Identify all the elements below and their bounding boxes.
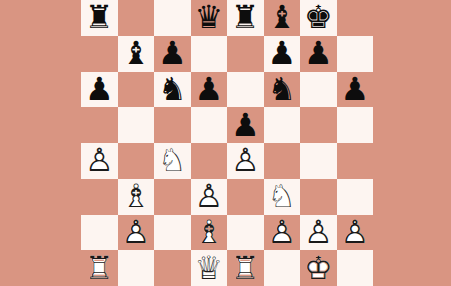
square-c3[interactable] — [154, 179, 191, 215]
black-knight-icon[interactable]: ♞ — [264, 72, 300, 107]
pawn-outline-layer: ♙ — [337, 215, 373, 250]
queen-outline-layer: ♕ — [191, 251, 227, 286]
black-pawn-icon[interactable]: ♟ — [191, 72, 227, 107]
white-rook-icon[interactable]: ♜♖ — [227, 251, 263, 286]
white-rook-icon[interactable]: ♜♖ — [81, 251, 117, 286]
pawn-outline-layer: ♙ — [118, 215, 154, 250]
black-rook-icon[interactable]: ♜ — [81, 0, 117, 35]
square-a3[interactable] — [81, 179, 118, 215]
square-d6[interactable]: ♟ — [191, 72, 228, 108]
square-a8[interactable]: ♜ — [81, 0, 118, 36]
square-g5[interactable] — [300, 107, 337, 143]
square-h4[interactable] — [337, 143, 374, 179]
white-pawn-icon[interactable]: ♟♙ — [81, 143, 117, 178]
square-e7[interactable] — [227, 36, 264, 72]
square-g8[interactable]: ♚ — [300, 0, 337, 36]
square-b7[interactable]: ♝ — [118, 36, 155, 72]
pawn-outline-layer: ♙ — [191, 179, 227, 214]
white-pawn-icon[interactable]: ♟♙ — [191, 179, 227, 214]
square-d8[interactable]: ♛ — [191, 0, 228, 36]
square-f8[interactable]: ♝ — [264, 0, 301, 36]
white-pawn-icon[interactable]: ♟♙ — [227, 143, 263, 178]
square-g6[interactable] — [300, 72, 337, 108]
square-g3[interactable] — [300, 179, 337, 215]
black-pawn-icon[interactable]: ♟ — [300, 36, 336, 71]
square-e5[interactable]: ♟ — [227, 107, 264, 143]
square-f4[interactable] — [264, 143, 301, 179]
square-f7[interactable]: ♟ — [264, 36, 301, 72]
square-a1[interactable]: ♜♖ — [81, 250, 118, 286]
king-outline-layer: ♔ — [300, 251, 336, 286]
square-d4[interactable] — [191, 143, 228, 179]
black-pawn-icon[interactable]: ♟ — [264, 36, 300, 71]
square-e3[interactable] — [227, 179, 264, 215]
square-h5[interactable] — [337, 107, 374, 143]
square-e1[interactable]: ♜♖ — [227, 250, 264, 286]
square-g2[interactable]: ♟♙ — [300, 215, 337, 251]
square-d7[interactable] — [191, 36, 228, 72]
square-b3[interactable]: ♝♗ — [118, 179, 155, 215]
white-knight-icon[interactable]: ♞♘ — [154, 143, 190, 178]
knight-outline-layer: ♘ — [264, 179, 300, 214]
chessboard: ♜♛♜♝♚♝♟♟♟♟♞♟♞♟♟♟♙♞♘♟♙♝♗♟♙♞♘♟♙♝♗♟♙♟♙♟♙♜♖♛… — [81, 0, 373, 286]
pawn-outline-layer: ♙ — [227, 143, 263, 178]
white-pawn-icon[interactable]: ♟♙ — [300, 215, 336, 250]
black-rook-icon[interactable]: ♜ — [227, 0, 263, 35]
black-bishop-icon[interactable]: ♝ — [118, 36, 154, 71]
square-e2[interactable] — [227, 215, 264, 251]
white-knight-icon[interactable]: ♞♘ — [264, 179, 300, 214]
square-d1[interactable]: ♛♕ — [191, 250, 228, 286]
square-c2[interactable] — [154, 215, 191, 251]
white-pawn-icon[interactable]: ♟♙ — [118, 215, 154, 250]
square-f2[interactable]: ♟♙ — [264, 215, 301, 251]
square-b8[interactable] — [118, 0, 155, 36]
square-c7[interactable]: ♟ — [154, 36, 191, 72]
page-background: ♜♛♜♝♚♝♟♟♟♟♞♟♞♟♟♟♙♞♘♟♙♝♗♟♙♞♘♟♙♝♗♟♙♟♙♟♙♜♖♛… — [0, 0, 451, 286]
black-king-icon[interactable]: ♚ — [300, 0, 336, 35]
square-b6[interactable] — [118, 72, 155, 108]
square-g7[interactable]: ♟ — [300, 36, 337, 72]
square-d2[interactable]: ♝♗ — [191, 215, 228, 251]
square-h7[interactable] — [337, 36, 374, 72]
square-a4[interactable]: ♟♙ — [81, 143, 118, 179]
square-a7[interactable] — [81, 36, 118, 72]
white-pawn-icon[interactable]: ♟♙ — [337, 215, 373, 250]
square-f1[interactable] — [264, 250, 301, 286]
bishop-outline-layer: ♗ — [191, 215, 227, 250]
black-knight-icon[interactable]: ♞ — [154, 72, 190, 107]
black-pawn-icon[interactable]: ♟ — [227, 108, 263, 143]
white-pawn-icon[interactable]: ♟♙ — [264, 215, 300, 250]
square-c6[interactable]: ♞ — [154, 72, 191, 108]
white-king-icon[interactable]: ♚♔ — [300, 251, 336, 286]
square-e8[interactable]: ♜ — [227, 0, 264, 36]
square-b2[interactable]: ♟♙ — [118, 215, 155, 251]
square-f6[interactable]: ♞ — [264, 72, 301, 108]
square-a5[interactable] — [81, 107, 118, 143]
square-a2[interactable] — [81, 215, 118, 251]
black-pawn-icon[interactable]: ♟ — [81, 72, 117, 107]
square-f3[interactable]: ♞♘ — [264, 179, 301, 215]
pawn-outline-layer: ♙ — [81, 143, 117, 178]
rook-outline-layer: ♖ — [227, 251, 263, 286]
square-h6[interactable]: ♟ — [337, 72, 374, 108]
square-e6[interactable] — [227, 72, 264, 108]
square-b4[interactable] — [118, 143, 155, 179]
square-a6[interactable]: ♟ — [81, 72, 118, 108]
square-d5[interactable] — [191, 107, 228, 143]
black-pawn-icon[interactable]: ♟ — [154, 36, 190, 71]
white-bishop-icon[interactable]: ♝♗ — [191, 215, 227, 250]
black-pawn-icon[interactable]: ♟ — [337, 72, 373, 107]
square-b1[interactable] — [118, 250, 155, 286]
pawn-outline-layer: ♙ — [300, 215, 336, 250]
square-h3[interactable] — [337, 179, 374, 215]
square-c5[interactable] — [154, 107, 191, 143]
black-queen-icon[interactable]: ♛ — [191, 0, 227, 35]
square-h8[interactable] — [337, 0, 374, 36]
square-h2[interactable]: ♟♙ — [337, 215, 374, 251]
square-c8[interactable] — [154, 0, 191, 36]
square-f5[interactable] — [264, 107, 301, 143]
bishop-outline-layer: ♗ — [118, 179, 154, 214]
square-c1[interactable] — [154, 250, 191, 286]
square-h1[interactable] — [337, 250, 374, 286]
square-g1[interactable]: ♚♔ — [300, 250, 337, 286]
white-queen-icon[interactable]: ♛♕ — [191, 251, 227, 286]
white-bishop-icon[interactable]: ♝♗ — [118, 179, 154, 214]
pawn-outline-layer: ♙ — [264, 215, 300, 250]
square-g4[interactable] — [300, 143, 337, 179]
rook-outline-layer: ♖ — [81, 251, 117, 286]
black-bishop-icon[interactable]: ♝ — [264, 0, 300, 35]
square-e4[interactable]: ♟♙ — [227, 143, 264, 179]
square-c4[interactable]: ♞♘ — [154, 143, 191, 179]
square-d3[interactable]: ♟♙ — [191, 179, 228, 215]
knight-outline-layer: ♘ — [154, 143, 190, 178]
square-b5[interactable] — [118, 107, 155, 143]
